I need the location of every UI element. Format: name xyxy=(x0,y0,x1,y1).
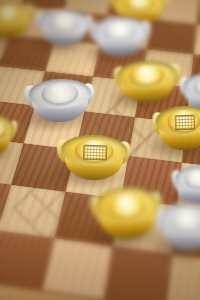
board-square xyxy=(128,117,186,162)
board-square xyxy=(121,156,182,206)
board-square xyxy=(35,71,93,111)
board-square xyxy=(141,49,193,87)
board-square xyxy=(66,150,129,199)
board-square xyxy=(55,11,108,45)
board-square xyxy=(147,20,197,55)
board-square xyxy=(45,40,100,77)
board-photo xyxy=(0,0,200,300)
board-square xyxy=(55,192,121,246)
board-square xyxy=(166,254,200,300)
board-square xyxy=(104,246,172,300)
board-square xyxy=(42,238,112,298)
board-square xyxy=(76,111,135,156)
board-square xyxy=(24,106,85,150)
board-square xyxy=(135,82,190,123)
board-square xyxy=(100,15,151,49)
board-square xyxy=(10,6,64,39)
board-square xyxy=(93,45,147,82)
board-frame xyxy=(0,0,200,300)
board-square xyxy=(113,199,177,254)
board-square xyxy=(182,123,200,169)
board xyxy=(0,0,200,300)
board-square xyxy=(11,143,75,191)
board-square xyxy=(85,77,141,118)
